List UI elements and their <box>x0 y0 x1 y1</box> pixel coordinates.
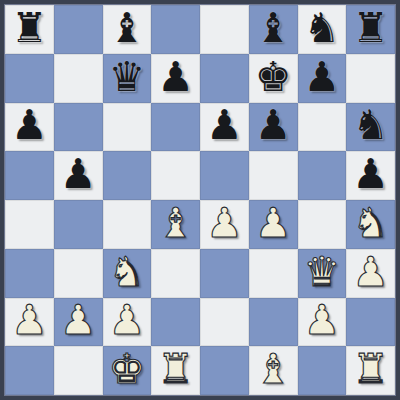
square-d2[interactable] <box>151 298 200 347</box>
square-e2[interactable] <box>200 298 249 347</box>
square-b1[interactable] <box>54 346 103 395</box>
square-g3[interactable]: ♛ <box>298 249 347 298</box>
piece-white-bishop[interactable]: ♝ <box>157 203 194 244</box>
square-h4[interactable]: ♞ <box>346 200 395 249</box>
square-d4[interactable]: ♝ <box>151 200 200 249</box>
piece-white-king[interactable]: ♚ <box>108 349 145 390</box>
square-c1[interactable]: ♚ <box>103 346 152 395</box>
piece-white-pawn[interactable]: ♟ <box>60 300 97 341</box>
square-c4[interactable] <box>103 200 152 249</box>
square-d8[interactable] <box>151 5 200 54</box>
square-h7[interactable] <box>346 54 395 103</box>
chess-board: ♜♝♝♞♜♛♟♚♟♟♟♟♞♟♟♝♟♟♞♞♛♟♟♟♟♟♚♜♝♜ <box>0 0 400 400</box>
square-e5[interactable] <box>200 151 249 200</box>
square-f1[interactable]: ♝ <box>249 346 298 395</box>
piece-black-pawn[interactable]: ♟ <box>11 105 48 146</box>
piece-white-pawn[interactable]: ♟ <box>206 203 243 244</box>
square-e6[interactable]: ♟ <box>200 103 249 152</box>
square-a2[interactable]: ♟ <box>5 298 54 347</box>
piece-white-pawn[interactable]: ♟ <box>11 300 48 341</box>
square-a6[interactable]: ♟ <box>5 103 54 152</box>
square-f6[interactable]: ♟ <box>249 103 298 152</box>
piece-black-bishop[interactable]: ♝ <box>108 8 145 49</box>
square-f5[interactable] <box>249 151 298 200</box>
piece-white-bishop[interactable]: ♝ <box>255 349 292 390</box>
square-g5[interactable] <box>298 151 347 200</box>
piece-white-pawn[interactable]: ♟ <box>352 252 389 293</box>
square-f2[interactable] <box>249 298 298 347</box>
square-d5[interactable] <box>151 151 200 200</box>
square-e7[interactable] <box>200 54 249 103</box>
piece-black-pawn[interactable]: ♟ <box>255 105 292 146</box>
square-a5[interactable] <box>5 151 54 200</box>
square-a1[interactable] <box>5 346 54 395</box>
piece-black-bishop[interactable]: ♝ <box>255 8 292 49</box>
piece-white-pawn[interactable]: ♟ <box>255 203 292 244</box>
square-g1[interactable] <box>298 346 347 395</box>
square-h2[interactable] <box>346 298 395 347</box>
piece-black-pawn[interactable]: ♟ <box>303 57 340 98</box>
piece-black-pawn[interactable]: ♟ <box>206 105 243 146</box>
square-b2[interactable]: ♟ <box>54 298 103 347</box>
square-g2[interactable]: ♟ <box>298 298 347 347</box>
square-h3[interactable]: ♟ <box>346 249 395 298</box>
square-d7[interactable]: ♟ <box>151 54 200 103</box>
square-e3[interactable] <box>200 249 249 298</box>
square-h8[interactable]: ♜ <box>346 5 395 54</box>
piece-white-rook[interactable]: ♜ <box>157 349 194 390</box>
piece-black-king[interactable]: ♚ <box>255 57 292 98</box>
square-a3[interactable] <box>5 249 54 298</box>
chess-board-grid: ♜♝♝♞♜♛♟♚♟♟♟♟♞♟♟♝♟♟♞♞♛♟♟♟♟♟♚♜♝♜ <box>5 5 395 395</box>
square-f4[interactable]: ♟ <box>249 200 298 249</box>
square-c2[interactable]: ♟ <box>103 298 152 347</box>
square-c3[interactable]: ♞ <box>103 249 152 298</box>
piece-black-rook[interactable]: ♜ <box>352 8 389 49</box>
square-a4[interactable] <box>5 200 54 249</box>
piece-white-queen[interactable]: ♛ <box>303 252 340 293</box>
piece-black-rook[interactable]: ♜ <box>11 8 48 49</box>
piece-white-pawn[interactable]: ♟ <box>108 300 145 341</box>
piece-black-knight[interactable]: ♞ <box>303 8 340 49</box>
square-d1[interactable]: ♜ <box>151 346 200 395</box>
square-a7[interactable] <box>5 54 54 103</box>
square-f3[interactable] <box>249 249 298 298</box>
piece-white-rook[interactable]: ♜ <box>352 349 389 390</box>
square-e4[interactable]: ♟ <box>200 200 249 249</box>
square-g6[interactable] <box>298 103 347 152</box>
square-b8[interactable] <box>54 5 103 54</box>
square-c6[interactable] <box>103 103 152 152</box>
square-d3[interactable] <box>151 249 200 298</box>
piece-black-queen[interactable]: ♛ <box>108 57 145 98</box>
square-h5[interactable]: ♟ <box>346 151 395 200</box>
square-g7[interactable]: ♟ <box>298 54 347 103</box>
piece-white-knight[interactable]: ♞ <box>352 203 389 244</box>
square-a8[interactable]: ♜ <box>5 5 54 54</box>
square-b5[interactable]: ♟ <box>54 151 103 200</box>
square-g8[interactable]: ♞ <box>298 5 347 54</box>
square-b4[interactable] <box>54 200 103 249</box>
square-h6[interactable]: ♞ <box>346 103 395 152</box>
square-f8[interactable]: ♝ <box>249 5 298 54</box>
piece-black-knight[interactable]: ♞ <box>352 105 389 146</box>
square-d6[interactable] <box>151 103 200 152</box>
piece-black-pawn[interactable]: ♟ <box>352 154 389 195</box>
square-c7[interactable]: ♛ <box>103 54 152 103</box>
square-b6[interactable] <box>54 103 103 152</box>
piece-black-pawn[interactable]: ♟ <box>60 154 97 195</box>
square-e1[interactable] <box>200 346 249 395</box>
piece-black-pawn[interactable]: ♟ <box>157 57 194 98</box>
square-g4[interactable] <box>298 200 347 249</box>
square-e8[interactable] <box>200 5 249 54</box>
piece-white-knight[interactable]: ♞ <box>108 252 145 293</box>
square-b3[interactable] <box>54 249 103 298</box>
square-c5[interactable] <box>103 151 152 200</box>
square-f7[interactable]: ♚ <box>249 54 298 103</box>
square-h1[interactable]: ♜ <box>346 346 395 395</box>
piece-white-pawn[interactable]: ♟ <box>303 300 340 341</box>
square-c8[interactable]: ♝ <box>103 5 152 54</box>
square-b7[interactable] <box>54 54 103 103</box>
